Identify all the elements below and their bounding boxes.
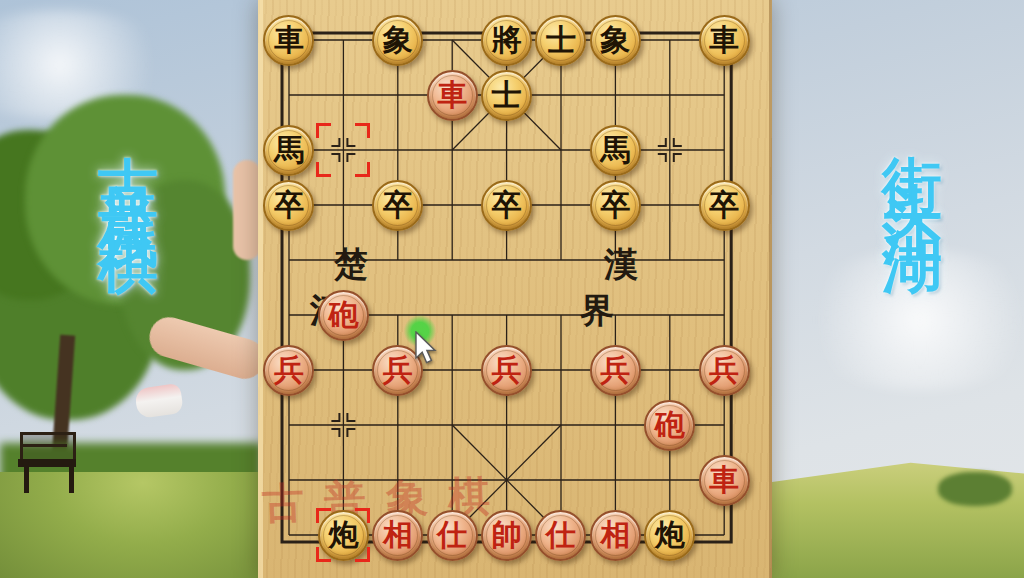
mouse-cursor — [415, 331, 441, 367]
piece-red-elephant[interactable]: 相 — [590, 510, 641, 561]
piece-black-advisor[interactable]: 士 — [535, 15, 586, 66]
piece-black-chariot[interactable]: 車 — [263, 15, 314, 66]
piece-black-advisor[interactable]: 士 — [481, 70, 532, 121]
piece-red-cannon[interactable]: 砲 — [318, 290, 369, 341]
piece-black-cannon[interactable]: 炮 — [318, 510, 369, 561]
piece-red-general[interactable]: 帥 — [481, 510, 532, 561]
piece-black-cannon[interactable]: 炮 — [644, 510, 695, 561]
piece-red-soldier[interactable]: 兵 — [699, 345, 750, 396]
screenshot-root: 古普残棋 街头江湖 — [0, 0, 1024, 578]
cloud — [790, 250, 1024, 390]
piece-grid: 車象將士象車車士馬馬卒卒卒卒卒砲兵兵兵兵兵砲車炮相仕帥仕相炮 — [262, 13, 752, 563]
piece-red-elephant[interactable]: 相 — [372, 510, 423, 561]
right-caption: 街头江湖 — [872, 108, 953, 212]
left-caption: 古普残棋 — [88, 108, 169, 212]
bush-right — [938, 472, 1012, 506]
xiangqi-board[interactable]: 楚河 漢界 古普象棋 車象將士象車車士馬馬卒卒卒卒卒砲兵兵兵兵兵砲車炮相仕帥仕相… — [258, 0, 772, 578]
last-move-from-marker — [316, 123, 370, 177]
piece-black-general[interactable]: 將 — [481, 15, 532, 66]
piece-black-elephant[interactable]: 象 — [590, 15, 641, 66]
piece-black-soldier[interactable]: 卒 — [263, 180, 314, 231]
piece-black-horse[interactable]: 馬 — [590, 125, 641, 176]
piece-red-advisor[interactable]: 仕 — [427, 510, 478, 561]
piece-red-cannon[interactable]: 砲 — [644, 400, 695, 451]
piece-red-soldier[interactable]: 兵 — [590, 345, 641, 396]
piece-black-soldier[interactable]: 卒 — [372, 180, 423, 231]
park-bench — [20, 432, 78, 490]
piece-black-soldier[interactable]: 卒 — [481, 180, 532, 231]
piece-red-chariot[interactable]: 車 — [427, 70, 478, 121]
piece-red-advisor[interactable]: 仕 — [535, 510, 586, 561]
piece-black-soldier[interactable]: 卒 — [699, 180, 750, 231]
person-arm — [233, 160, 261, 260]
piece-black-elephant[interactable]: 象 — [372, 15, 423, 66]
piece-red-soldier[interactable]: 兵 — [263, 345, 314, 396]
piece-black-chariot[interactable]: 車 — [699, 15, 750, 66]
piece-black-horse[interactable]: 馬 — [263, 125, 314, 176]
piece-red-chariot[interactable]: 車 — [699, 455, 750, 506]
person-shoe — [134, 383, 184, 419]
piece-red-soldier[interactable]: 兵 — [481, 345, 532, 396]
piece-black-soldier[interactable]: 卒 — [590, 180, 641, 231]
